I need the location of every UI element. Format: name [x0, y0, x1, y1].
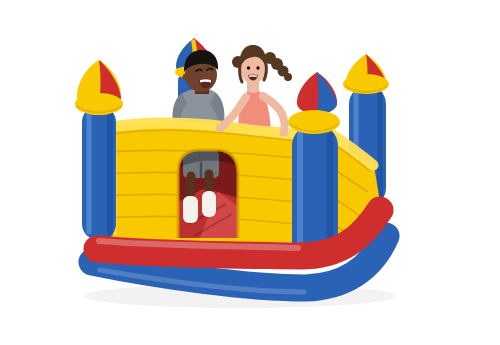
hair-curl-4: [284, 73, 292, 81]
tower-ring: [288, 110, 340, 134]
jump-castle-illustration: [0, 0, 500, 345]
product-photo: [0, 0, 500, 345]
boy-ear: [183, 74, 190, 81]
girl-hand-left: [216, 124, 224, 132]
tower-front-left: [75, 60, 123, 240]
girl-eye-left: [247, 66, 250, 69]
boy-sock-right: [202, 191, 216, 217]
boy-sock-left: [183, 196, 198, 223]
front-wall: [104, 122, 298, 243]
girl-forearm-right: [282, 114, 285, 131]
girl-hand-right: [280, 130, 289, 137]
girl-eye-right: [256, 66, 259, 69]
